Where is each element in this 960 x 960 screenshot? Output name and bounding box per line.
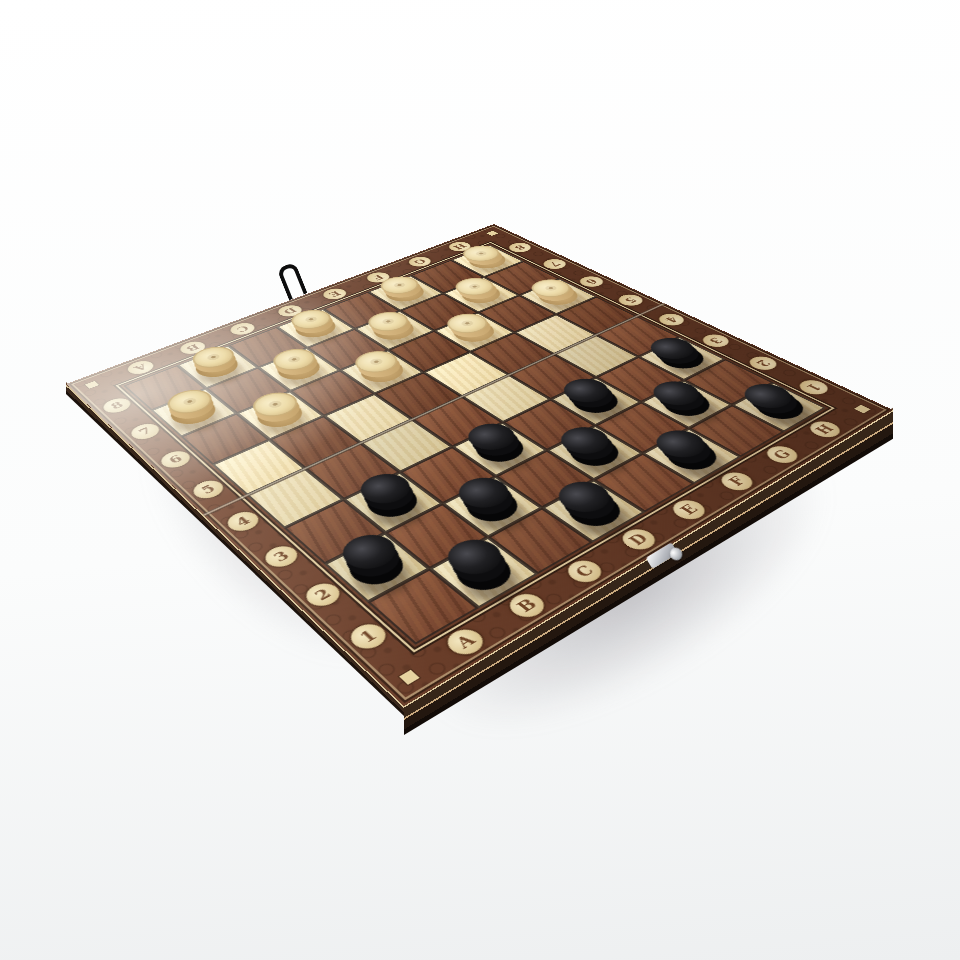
product-photo-stage: AABBCCDDEEFFGGHH8877665544332211 — [0, 0, 960, 960]
